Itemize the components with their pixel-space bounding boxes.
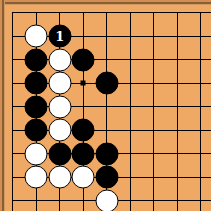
board-intersection-r6c8 — [166, 119, 190, 143]
black-stone — [25, 72, 48, 95]
board-intersection-r3c8 — [166, 48, 190, 72]
board-intersection-r7c9 — [189, 142, 211, 166]
board-intersection-r9c2 — [25, 189, 49, 211]
black-stone — [72, 119, 95, 142]
black-stone: 1 — [48, 25, 71, 48]
board-intersection-r5c2 — [25, 95, 49, 119]
star-point-hoshi — [81, 81, 86, 86]
white-stone — [48, 95, 71, 118]
board-intersection-r2c5 — [95, 25, 119, 49]
board-intersection-r9c3 — [48, 189, 72, 211]
white-stone — [48, 48, 71, 71]
board-intersection-r4c6 — [119, 72, 143, 96]
board-intersection-r2c7 — [142, 25, 166, 49]
board-intersection-r6c2 — [25, 119, 49, 143]
board-intersection-r5c7 — [142, 95, 166, 119]
board-intersection-r2c9 — [189, 25, 211, 49]
board-intersection-r9c5 — [95, 189, 119, 211]
board-intersection-r8c7 — [142, 166, 166, 190]
board-intersection-r9c8 — [166, 189, 190, 211]
board-intersection-r3c7 — [142, 48, 166, 72]
board-intersection-r6c4 — [72, 119, 96, 143]
board-intersection-r6c6 — [119, 119, 143, 143]
board-intersection-r7c4 — [72, 142, 96, 166]
board-intersection-r4c8 — [166, 72, 190, 96]
board-frame-left-edge — [0, 0, 5, 211]
board-intersection-r7c2 — [25, 142, 49, 166]
board-intersection-r8c8 — [166, 166, 190, 190]
black-stone — [25, 119, 48, 142]
board-intersection-r6c7 — [142, 119, 166, 143]
black-stone — [95, 72, 118, 95]
board-intersection-r3c6 — [119, 48, 143, 72]
black-stone — [25, 48, 48, 71]
board-intersection-r9c7 — [142, 189, 166, 211]
board-intersection-r7c3 — [48, 142, 72, 166]
board-intersection-r5c3 — [48, 95, 72, 119]
white-stone — [48, 119, 71, 142]
board-intersection-r2c4 — [72, 25, 96, 49]
board-intersection-r4c2 — [25, 72, 49, 96]
board-intersection-r8c2 — [25, 166, 49, 190]
board-intersection-r4c4 — [72, 72, 96, 96]
board-intersection-r9c9 — [189, 189, 211, 211]
white-stone — [95, 189, 118, 211]
go-diagram: 1 — [0, 0, 211, 211]
board-intersection-r3c2 — [25, 48, 49, 72]
board-intersection-r7c6 — [119, 142, 143, 166]
white-stone — [25, 25, 48, 48]
board-intersection-r3c9 — [189, 48, 211, 72]
board-intersection-r6c5 — [95, 119, 119, 143]
board-intersection-r2c2 — [25, 25, 49, 49]
white-stone — [48, 72, 71, 95]
board-intersection-r7c8 — [166, 142, 190, 166]
black-stone — [95, 166, 118, 189]
board-intersection-r8c3 — [48, 166, 72, 190]
black-stone — [95, 142, 118, 165]
board-intersection-r2c3: 1 — [48, 25, 72, 49]
move-number-label: 1 — [55, 30, 64, 43]
board-intersection-r6c3 — [48, 119, 72, 143]
board-intersection-r5c4 — [72, 95, 96, 119]
board-intersection-r3c5 — [95, 48, 119, 72]
board-intersection-r5c5 — [95, 95, 119, 119]
board-intersection-r8c4 — [72, 166, 96, 190]
board-frame-top-edge — [0, 0, 211, 5]
board-intersection-r3c4 — [72, 48, 96, 72]
board-intersection-r8c6 — [119, 166, 143, 190]
board-intersection-r4c3 — [48, 72, 72, 96]
board-intersection-r4c5 — [95, 72, 119, 96]
board-intersection-r5c9 — [189, 95, 211, 119]
go-board: 1 — [1, 1, 211, 211]
black-stone — [72, 142, 95, 165]
white-stone — [48, 166, 71, 189]
white-stone — [72, 166, 95, 189]
board-intersection-r4c9 — [189, 72, 211, 96]
board-intersection-r3c3 — [48, 48, 72, 72]
white-stone — [25, 166, 48, 189]
board-intersection-r7c7 — [142, 142, 166, 166]
black-stone — [48, 142, 71, 165]
board-intersection-r5c8 — [166, 95, 190, 119]
board-intersection-r9c4 — [72, 189, 96, 211]
black-stone — [25, 95, 48, 118]
white-stone — [25, 142, 48, 165]
board-intersection-r8c9 — [189, 166, 211, 190]
black-stone — [72, 48, 95, 71]
board-intersection-r6c9 — [189, 119, 211, 143]
board-intersection-r4c7 — [142, 72, 166, 96]
board-intersection-r7c5 — [95, 142, 119, 166]
board-intersection-r2c8 — [166, 25, 190, 49]
board-intersection-r8c5 — [95, 166, 119, 190]
board-intersection-r2c6 — [119, 25, 143, 49]
board-intersection-r5c6 — [119, 95, 143, 119]
board-intersection-r9c6 — [119, 189, 143, 211]
